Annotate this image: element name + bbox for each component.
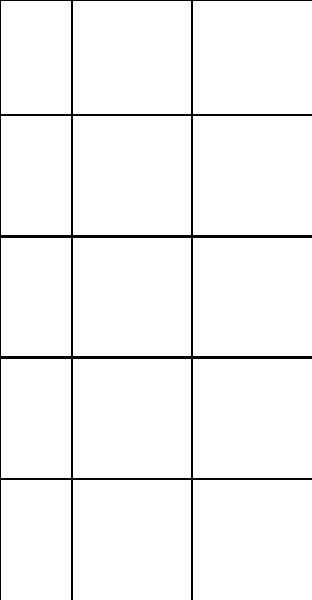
bold-line-row-15-16 (0, 478, 312, 481)
outer-border-top (0, 0, 312, 1)
bold-line-row-5-6 (0, 235, 312, 238)
bold-line-column-5-6 (191, 0, 194, 600)
nonogram-board (0, 0, 312, 600)
outer-border-left (0, 0, 1, 600)
bold-line-grid-left-edge (71, 0, 74, 600)
bold-line-row-10-11 (0, 356, 312, 359)
size-label-corner (0, 0, 72, 115)
bold-line-grid-top-edge (0, 114, 312, 117)
